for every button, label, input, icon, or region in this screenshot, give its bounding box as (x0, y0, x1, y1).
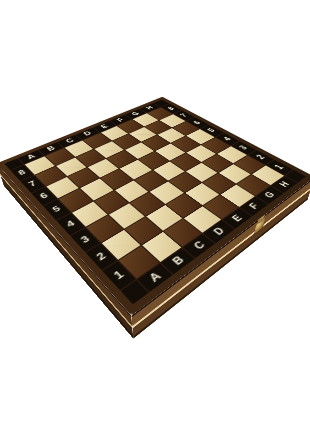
chess-set-photo: ABCDEFGH8♜♞♝♛♚♝♞♜87♟♟♟♟♟♟♟♟7665544332♟♟♟… (0, 0, 310, 430)
chess-board-case: ABCDEFGH8♜♞♝♛♚♝♞♜87♟♟♟♟♟♟♟♟7665544332♟♟♟… (0, 97, 310, 316)
board-grid: ABCDEFGH8♜♞♝♛♚♝♞♜87♟♟♟♟♟♟♟♟7665544332♟♟♟… (4, 100, 306, 305)
